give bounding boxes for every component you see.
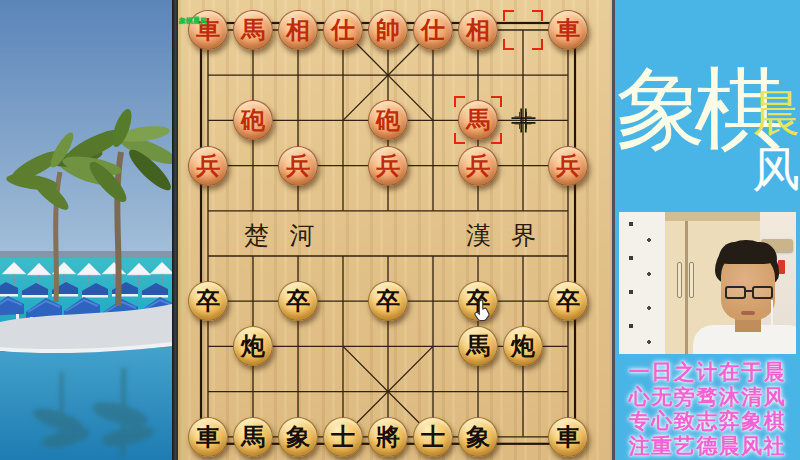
- slogan-line-3: 专心致志弈象棋: [615, 409, 800, 434]
- piece-red-車[interactable]: 車: [188, 10, 228, 50]
- piece-red-兵[interactable]: 兵: [368, 146, 408, 186]
- piece-red-仕[interactable]: 仕: [323, 10, 363, 50]
- wardrobe-handle: [689, 262, 694, 298]
- slogan-line-1: 一日之计在于晨: [615, 360, 800, 385]
- piece-black-士[interactable]: 士: [413, 417, 453, 457]
- piece-black-卒[interactable]: 卒: [548, 281, 588, 321]
- streamer-mouth: [741, 311, 755, 315]
- wardrobe-door-gap: [685, 221, 688, 354]
- piece-black-象[interactable]: 象: [458, 417, 498, 457]
- glasses-left-lens: [725, 286, 746, 299]
- piece-black-士[interactable]: 士: [323, 417, 363, 457]
- channel-subtitle: 晨 风: [752, 86, 798, 198]
- channel-title: 象棋: [616, 58, 772, 162]
- piece-black-象[interactable]: 象: [278, 417, 318, 457]
- stream-watermark: 象棋晨风: [179, 18, 213, 24]
- piece-red-兵[interactable]: 兵: [458, 146, 498, 186]
- piece-red-相[interactable]: 相: [278, 10, 318, 50]
- curtain: [619, 212, 665, 354]
- earphone-wire: [771, 300, 773, 328]
- wardrobe-handle: [677, 262, 682, 298]
- hand-pointer-cursor-icon: [473, 299, 492, 326]
- fridge-magnet: [778, 260, 785, 274]
- piece-red-相[interactable]: 相: [458, 10, 498, 50]
- beach-photo: [0, 0, 172, 460]
- slogan-line-4: 注重艺德晨风社: [615, 434, 800, 459]
- piece-red-帥[interactable]: 帥: [368, 10, 408, 50]
- piece-red-兵[interactable]: 兵: [278, 146, 318, 186]
- channel-panel: 象棋 晨 风 一日之计在于晨 心: [615, 0, 800, 460]
- channel-subtitle-bottom: 风: [752, 141, 798, 198]
- piece-black-馬[interactable]: 馬: [233, 417, 273, 457]
- river-label-left: 楚 河: [244, 219, 321, 252]
- piece-black-卒[interactable]: 卒: [368, 281, 408, 321]
- webcam-video: [619, 212, 796, 354]
- channel-subtitle-top: 晨: [752, 86, 798, 141]
- last-move-to-marker: [454, 96, 502, 144]
- stream-frame: 楚 河 漢 界 車馬相仕帥仕相車砲砲馬兵兵兵兵兵卒卒卒卒卒炮馬炮車馬象士將士象車…: [0, 0, 800, 460]
- last-move-from-marker: [503, 10, 543, 50]
- piece-black-車[interactable]: 車: [188, 417, 228, 457]
- glasses-bridge: [745, 290, 753, 292]
- piece-black-卒[interactable]: 卒: [188, 281, 228, 321]
- piece-black-將[interactable]: 將: [368, 417, 408, 457]
- xiangqi-board[interactable]: 楚 河 漢 界 車馬相仕帥仕相車砲砲馬兵兵兵兵兵卒卒卒卒卒炮馬炮車馬象士將士象車…: [178, 0, 615, 460]
- piece-red-兵[interactable]: 兵: [188, 146, 228, 186]
- piece-red-車[interactable]: 車: [548, 10, 588, 50]
- glasses-right-lens: [752, 286, 773, 299]
- pool: [0, 346, 172, 460]
- piece-red-馬[interactable]: 馬: [233, 10, 273, 50]
- streamer-fringe: [719, 242, 777, 264]
- river-label-right: 漢 界: [466, 219, 543, 252]
- piece-black-卒[interactable]: 卒: [278, 281, 318, 321]
- piece-red-仕[interactable]: 仕: [413, 10, 453, 50]
- slogan-line-2: 心无旁骛沐清风: [615, 385, 800, 410]
- crosshair-cursor-icon: [510, 107, 537, 138]
- slogan-block: 一日之计在于晨 心无旁骛沐清风 专心致志弈象棋 注重艺德晨风社: [615, 360, 800, 458]
- piece-red-兵[interactable]: 兵: [548, 146, 588, 186]
- piece-black-車[interactable]: 車: [548, 417, 588, 457]
